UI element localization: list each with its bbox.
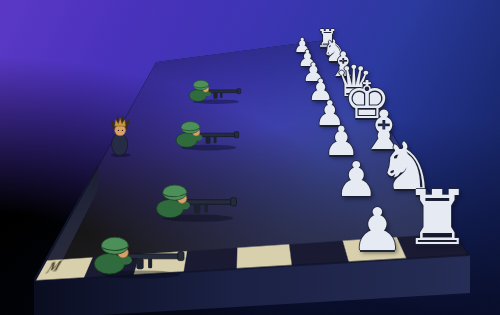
gun-magazine — [136, 259, 143, 270]
square-e1[interactable] — [237, 244, 292, 268]
gun-magazine — [213, 93, 217, 99]
soldier-figure[interactable] — [87, 235, 186, 280]
machine-gun-icon — [207, 90, 238, 93]
king-eye-right — [122, 130, 123, 131]
white-pawn[interactable]: ♟ — [351, 201, 404, 260]
soldier-figure[interactable] — [171, 120, 240, 151]
machine-gun-icon — [185, 200, 233, 204]
machine-gun-icon — [199, 133, 237, 136]
gun-grip — [220, 93, 222, 99]
gun-muzzle — [231, 198, 237, 206]
helmet-icon — [101, 238, 128, 255]
gun-grip — [214, 136, 217, 143]
gun-muzzle — [235, 131, 239, 137]
helmet-icon — [181, 121, 200, 133]
cartoon-stage: M ♟♜♟♞ ♟♝♟♛ ♟♚♟♝ — [0, 0, 500, 315]
helmet-icon — [163, 185, 187, 200]
gun-grip — [148, 259, 152, 269]
gun-muzzle — [237, 89, 241, 94]
soldier-figure[interactable] — [150, 183, 238, 223]
artist-signature: M — [44, 259, 61, 276]
gun-magazine — [194, 204, 200, 214]
king-eye-left — [118, 130, 119, 131]
square-d1[interactable] — [184, 248, 237, 272]
white-rook[interactable]: ♜ — [403, 182, 471, 258]
gun-grip — [204, 204, 208, 213]
king-body — [112, 133, 128, 155]
machine-gun-icon — [126, 254, 180, 259]
gun-muzzle — [177, 252, 183, 261]
square-f1[interactable] — [289, 241, 348, 265]
soldier-figure[interactable] — [185, 79, 242, 105]
helmet-icon — [193, 81, 208, 91]
gun-magazine — [206, 136, 211, 144]
crowned-king-figure[interactable] — [104, 111, 136, 157]
